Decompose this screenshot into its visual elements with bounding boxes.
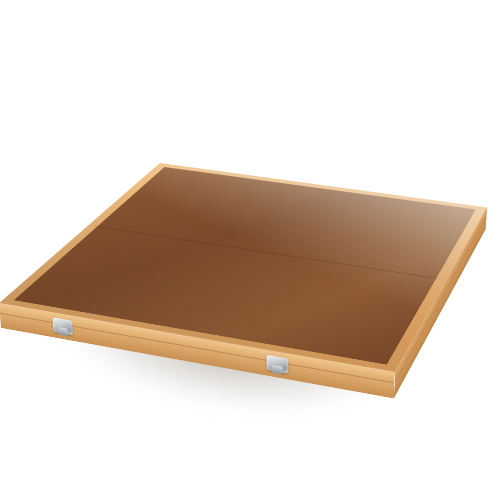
latch-clasp-icon bbox=[266, 355, 288, 374]
latch-clasp-icon bbox=[52, 317, 72, 335]
product-photo-stage bbox=[0, 0, 500, 500]
scene-3d bbox=[0, 0, 500, 500]
chess-box bbox=[0, 163, 487, 372]
